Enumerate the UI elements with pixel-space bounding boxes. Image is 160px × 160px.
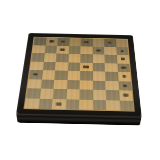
board-square (92, 46, 104, 54)
board-square (38, 98, 52, 109)
board-square (54, 79, 68, 89)
burn-mark (84, 41, 89, 43)
burn-mark (122, 75, 125, 78)
board-grid (23, 37, 134, 112)
burn-mark (61, 41, 65, 43)
burn-mark (123, 94, 129, 97)
board-square (56, 53, 69, 62)
board-square (80, 71, 93, 80)
board-square (27, 79, 41, 89)
board-square (92, 54, 104, 63)
board-square (104, 55, 117, 64)
board-square (67, 71, 80, 80)
board-square (104, 47, 116, 55)
burn-mark (83, 65, 89, 68)
burn-mark (121, 50, 124, 52)
board-square (80, 46, 92, 54)
board-square (42, 70, 55, 79)
burn-mark (123, 85, 127, 87)
board-square (80, 54, 92, 63)
board-square (68, 62, 81, 71)
board-square (40, 79, 54, 89)
board-square (66, 99, 80, 110)
board-square (79, 89, 92, 99)
board-square (30, 61, 43, 70)
board-square (79, 99, 93, 110)
board-square (117, 63, 130, 72)
board-square (119, 90, 133, 100)
burn-mark (121, 58, 125, 61)
board-square (54, 70, 67, 79)
board-square (119, 100, 133, 111)
board-square (93, 90, 106, 100)
photo-background (0, 0, 160, 160)
burn-mark (96, 49, 101, 51)
board-square (92, 63, 105, 72)
board-square (67, 80, 80, 90)
board-square (43, 53, 56, 62)
board-square (105, 63, 118, 72)
board-square (39, 89, 53, 99)
burn-mark (34, 73, 38, 75)
board-square (53, 89, 67, 99)
board-square (25, 98, 40, 109)
board-square (117, 72, 130, 81)
board-square (32, 45, 45, 53)
board-frame (16, 33, 142, 117)
burn-mark (49, 40, 54, 43)
board-square (93, 80, 106, 90)
board-square (116, 47, 129, 55)
board-square (106, 100, 120, 111)
burn-mark (56, 102, 62, 105)
burn-mark (121, 67, 126, 69)
burn-mark (108, 42, 111, 44)
board-square (56, 45, 68, 53)
board-square (44, 45, 57, 53)
board-square (118, 81, 132, 91)
board-3d-tilt (16, 33, 142, 117)
board-square (66, 89, 80, 99)
board-square (80, 80, 93, 90)
board-square (106, 90, 120, 100)
board-square (55, 62, 68, 71)
board-square (105, 72, 118, 81)
board-square (52, 99, 66, 110)
board-square (26, 88, 40, 98)
board-square (68, 54, 80, 63)
burn-mark (60, 48, 65, 51)
board-square (68, 46, 80, 54)
board-square (43, 62, 56, 71)
board-square (116, 55, 129, 64)
board-square (29, 70, 43, 79)
board-square (92, 71, 105, 80)
board-square (93, 100, 107, 111)
board-square (105, 81, 118, 91)
board-square (31, 53, 44, 62)
board-square (80, 62, 92, 71)
